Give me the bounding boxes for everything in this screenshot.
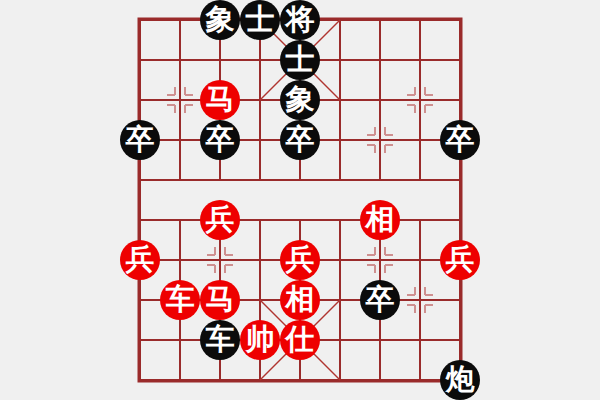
game-area: 象士将士马象卒卒卒卒兵相兵兵兵车马相卒车帅仕炮 xyxy=(0,0,600,400)
piece-black-advisor[interactable]: 士 xyxy=(240,0,280,40)
piece-red-horse[interactable]: 马 xyxy=(200,280,240,320)
piece-black-chariot[interactable]: 车 xyxy=(200,320,240,360)
piece-glyph: 卒 xyxy=(446,125,475,154)
piece-red-horse[interactable]: 马 xyxy=(200,80,240,120)
piece-glyph: 卒 xyxy=(286,125,315,154)
piece-glyph: 马 xyxy=(206,85,235,114)
piece-red-soldier[interactable]: 兵 xyxy=(280,240,320,280)
piece-glyph: 卒 xyxy=(126,125,155,154)
piece-red-elephant[interactable]: 相 xyxy=(360,200,400,240)
piece-black-soldier[interactable]: 卒 xyxy=(120,120,160,160)
piece-black-soldier[interactable]: 卒 xyxy=(200,120,240,160)
piece-glyph: 士 xyxy=(286,45,315,74)
piece-black-soldier[interactable]: 卒 xyxy=(280,120,320,160)
piece-red-soldier[interactable]: 兵 xyxy=(120,240,160,280)
piece-glyph: 将 xyxy=(286,5,315,34)
piece-red-elephant[interactable]: 相 xyxy=(280,280,320,320)
piece-glyph: 车 xyxy=(206,325,235,354)
piece-glyph: 相 xyxy=(286,285,315,314)
piece-glyph: 帅 xyxy=(246,325,275,354)
piece-black-cannon[interactable]: 炮 xyxy=(440,360,480,400)
piece-glyph: 象 xyxy=(206,5,235,34)
piece-black-soldier[interactable]: 卒 xyxy=(360,280,400,320)
piece-black-general[interactable]: 将 xyxy=(280,0,320,40)
piece-glyph: 马 xyxy=(206,285,235,314)
piece-glyph: 兵 xyxy=(126,245,155,274)
piece-red-chariot[interactable]: 车 xyxy=(160,280,200,320)
piece-glyph: 兵 xyxy=(206,205,235,234)
piece-glyph: 士 xyxy=(246,5,275,34)
piece-red-soldier[interactable]: 兵 xyxy=(440,240,480,280)
piece-glyph: 炮 xyxy=(446,365,475,394)
piece-glyph: 相 xyxy=(366,205,395,234)
piece-glyph: 卒 xyxy=(366,285,395,314)
piece-black-soldier[interactable]: 卒 xyxy=(440,120,480,160)
piece-glyph: 象 xyxy=(286,85,315,114)
piece-glyph: 兵 xyxy=(286,245,315,274)
piece-glyph: 仕 xyxy=(286,325,315,354)
piece-glyph: 兵 xyxy=(446,245,475,274)
piece-black-elephant[interactable]: 象 xyxy=(280,80,320,120)
piece-red-general[interactable]: 帅 xyxy=(240,320,280,360)
piece-black-advisor[interactable]: 士 xyxy=(280,40,320,80)
piece-red-advisor[interactable]: 仕 xyxy=(280,320,320,360)
piece-black-elephant[interactable]: 象 xyxy=(200,0,240,40)
piece-red-soldier[interactable]: 兵 xyxy=(200,200,240,240)
piece-glyph: 卒 xyxy=(206,125,235,154)
piece-glyph: 车 xyxy=(166,285,195,314)
